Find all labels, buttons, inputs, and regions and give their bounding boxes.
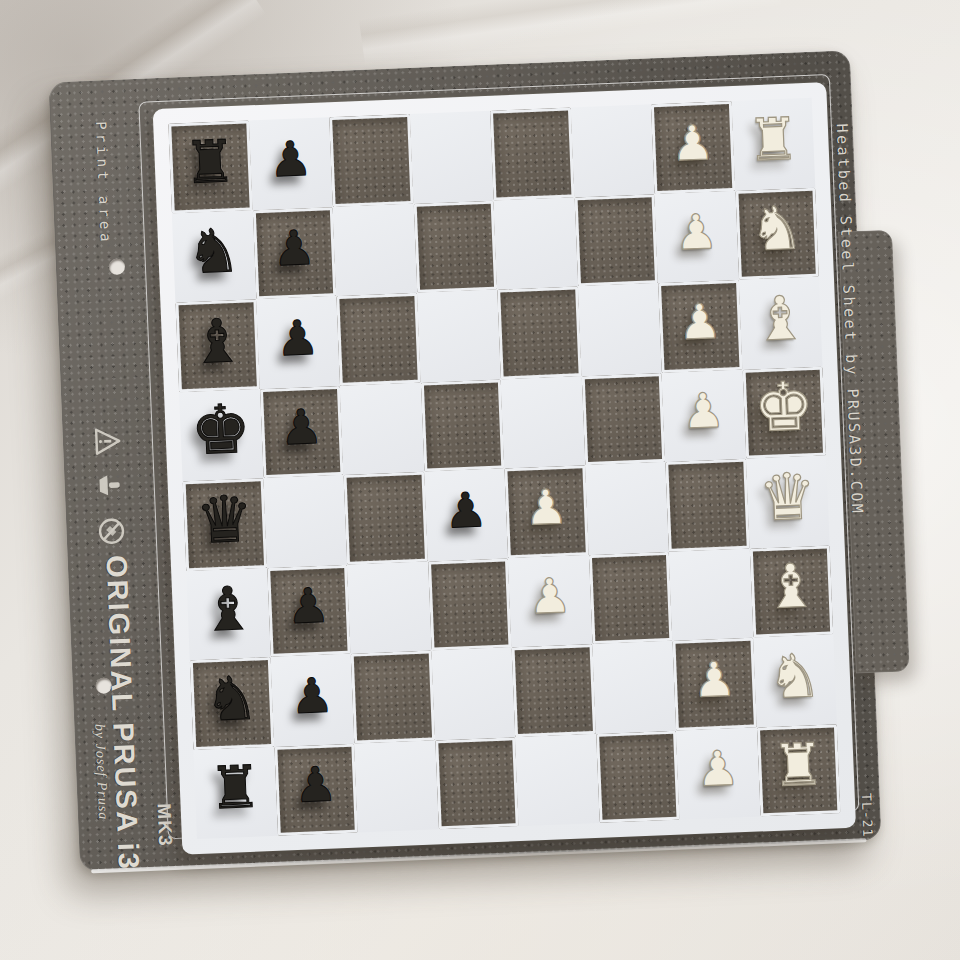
square-c3[interactable] — [588, 551, 672, 644]
square-f7[interactable]: ♟ — [256, 296, 340, 389]
square-a2[interactable]: ♟ — [676, 727, 760, 820]
square-h5[interactable] — [410, 111, 494, 204]
square-b6[interactable] — [351, 651, 435, 744]
white-pawn-f2[interactable]: ♟ — [677, 296, 722, 346]
square-d1[interactable]: ♛ — [746, 456, 830, 549]
chessboard-grid: ♜♟♟♜♞♟♟♞♝♟♟♝♚♟♟♚♛♟♟♛♝♟♟♝♞♟♟♞♜♟♟♜ — [168, 98, 840, 839]
square-c7[interactable]: ♟ — [267, 564, 351, 657]
square-f4[interactable] — [497, 286, 581, 379]
square-h2[interactable]: ♟ — [651, 101, 735, 194]
white-pawn-e2[interactable]: ♟ — [681, 386, 726, 436]
square-a4[interactable] — [515, 733, 599, 826]
square-c5[interactable] — [427, 558, 511, 651]
square-h1[interactable]: ♜ — [731, 98, 815, 191]
square-b3[interactable] — [592, 641, 676, 734]
white-pawn-d4[interactable]: ♟ — [524, 482, 569, 532]
square-g3[interactable] — [574, 194, 658, 287]
no-metal-tools-icon — [95, 515, 128, 548]
square-f2[interactable]: ♟ — [658, 280, 742, 373]
square-e4[interactable] — [501, 376, 585, 469]
white-king-e1[interactable]: ♚ — [752, 373, 815, 442]
square-e5[interactable] — [420, 379, 504, 472]
white-pawn-a2[interactable]: ♟ — [695, 744, 740, 794]
square-c8[interactable]: ♝ — [186, 568, 270, 661]
brand-mk3-label: MK3 — [153, 803, 177, 847]
square-c6[interactable] — [347, 561, 431, 654]
square-g2[interactable]: ♟ — [654, 190, 738, 283]
square-e1[interactable]: ♚ — [742, 366, 826, 459]
white-knight-b1[interactable]: ♞ — [767, 645, 823, 707]
black-rook-a8[interactable]: ♜ — [208, 758, 262, 818]
square-f1[interactable]: ♝ — [738, 277, 822, 370]
black-pawn-c7[interactable]: ♟ — [286, 581, 331, 631]
black-king-e8[interactable]: ♚ — [189, 395, 252, 464]
square-h7[interactable]: ♟ — [249, 117, 333, 210]
black-pawn-a7[interactable]: ♟ — [293, 760, 338, 810]
square-e3[interactable] — [581, 373, 665, 466]
white-queen-d1[interactable]: ♛ — [757, 464, 817, 530]
square-h4[interactable] — [490, 107, 574, 200]
scraper-icon — [93, 469, 126, 502]
square-g5[interactable] — [413, 200, 497, 293]
white-bishop-f1[interactable]: ♝ — [752, 287, 808, 349]
black-queen-d8[interactable]: ♛ — [194, 486, 254, 552]
white-pawn-h2[interactable]: ♟ — [670, 118, 715, 168]
white-rook-h1[interactable]: ♜ — [746, 109, 800, 169]
board-frame: ♜♟♟♜♞♟♟♞♝♟♟♝♚♟♟♚♛♟♟♛♝♟♟♝♞♟♟♞♜♟♟♜ — [153, 82, 856, 854]
square-d8[interactable]: ♛ — [183, 478, 267, 571]
square-a1[interactable]: ♜ — [756, 724, 840, 817]
white-pawn-b2[interactable]: ♟ — [692, 654, 737, 704]
sheet-hole-top — [109, 258, 126, 275]
black-knight-b8[interactable]: ♞ — [203, 667, 259, 729]
square-h8[interactable]: ♜ — [168, 120, 252, 213]
square-g6[interactable] — [333, 203, 417, 296]
square-b7[interactable]: ♟ — [270, 654, 354, 747]
square-a8[interactable]: ♜ — [193, 746, 277, 839]
square-a6[interactable] — [354, 740, 438, 833]
square-d4[interactable]: ♟ — [504, 465, 588, 558]
square-h6[interactable] — [329, 114, 413, 207]
warning-triangle-icon — [91, 425, 124, 458]
white-pawn-g2[interactable]: ♟ — [674, 207, 719, 257]
desk-surface: Print area ORIGINAL PRUSA i3 MK3 by Jose… — [0, 0, 960, 960]
black-pawn-d5[interactable]: ♟ — [443, 485, 488, 535]
brand-original-prusa-label: ORIGINAL PRUSA i3 — [100, 554, 146, 871]
square-h3[interactable] — [570, 104, 654, 197]
square-d6[interactable] — [343, 472, 427, 565]
square-f5[interactable] — [417, 290, 501, 383]
square-g1[interactable]: ♞ — [735, 187, 819, 280]
square-g7[interactable]: ♟ — [252, 207, 336, 300]
black-pawn-b7[interactable]: ♟ — [290, 670, 335, 720]
square-b2[interactable]: ♟ — [672, 638, 756, 731]
square-e6[interactable] — [340, 382, 424, 475]
square-g8[interactable]: ♞ — [172, 210, 256, 303]
black-rook-h8[interactable]: ♜ — [183, 132, 237, 192]
white-rook-a1[interactable]: ♜ — [771, 735, 825, 795]
square-e2[interactable]: ♟ — [662, 369, 746, 462]
black-bishop-c8[interactable]: ♝ — [200, 578, 256, 640]
black-knight-g8[interactable]: ♞ — [186, 220, 242, 282]
square-e7[interactable]: ♟ — [259, 385, 343, 478]
square-a3[interactable] — [596, 730, 680, 823]
square-e8[interactable]: ♚ — [179, 389, 263, 482]
square-d7[interactable] — [263, 475, 347, 568]
square-b4[interactable] — [512, 644, 596, 737]
square-c2[interactable] — [669, 548, 753, 641]
white-pawn-c4[interactable]: ♟ — [527, 571, 572, 621]
black-pawn-h7[interactable]: ♟ — [268, 134, 313, 184]
square-d2[interactable] — [665, 459, 749, 552]
square-a7[interactable]: ♟ — [274, 743, 358, 836]
white-knight-g1[interactable]: ♞ — [749, 197, 805, 259]
black-bishop-f8[interactable]: ♝ — [189, 310, 245, 372]
square-b5[interactable] — [431, 647, 515, 740]
square-f6[interactable] — [336, 293, 420, 386]
square-g4[interactable] — [494, 197, 578, 290]
square-a5[interactable] — [435, 737, 519, 830]
square-f8[interactable]: ♝ — [175, 299, 259, 392]
square-d3[interactable] — [585, 462, 669, 555]
steel-sheet: Print area ORIGINAL PRUSA i3 MK3 by Jose… — [48, 50, 881, 872]
sheet-code-label: TL-21 — [859, 793, 876, 838]
print-area-label: Print area — [93, 121, 114, 246]
square-b8[interactable]: ♞ — [190, 657, 274, 750]
square-d5[interactable]: ♟ — [424, 468, 508, 561]
square-f3[interactable] — [578, 283, 662, 376]
square-c4[interactable]: ♟ — [508, 555, 592, 648]
white-bishop-c1[interactable]: ♝ — [763, 555, 819, 617]
square-b1[interactable]: ♞ — [753, 634, 837, 727]
black-pawn-f7[interactable]: ♟ — [275, 313, 320, 363]
black-pawn-g7[interactable]: ♟ — [272, 223, 317, 273]
black-pawn-e7[interactable]: ♟ — [279, 402, 324, 452]
square-c1[interactable]: ♝ — [749, 545, 833, 638]
